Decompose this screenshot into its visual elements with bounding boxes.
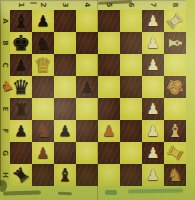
square-g8[interactable]: ♜ [164, 142, 186, 164]
square-d5[interactable] [98, 76, 120, 98]
file-labels-left: ABCDEFGH [0, 10, 10, 186]
square-b8[interactable]: ♝ [164, 32, 186, 54]
square-f1[interactable]: ♟ [10, 120, 32, 142]
square-e4[interactable] [76, 98, 98, 120]
black-pawn-d4[interactable]: ♟ [76, 76, 98, 98]
black-king-b1[interactable]: ♚ [10, 32, 32, 54]
square-e7[interactable]: ♟ [142, 98, 164, 120]
white-pawn-f5[interactable]: ♟ [98, 120, 120, 142]
white-pawn-c7[interactable]: ♟ [142, 54, 164, 76]
black-knight-f2[interactable]: ♞ [32, 120, 54, 142]
square-c7[interactable]: ♟ [142, 54, 164, 76]
board-fold-seam [97, 0, 98, 200]
square-c3[interactable] [54, 54, 76, 76]
square-g2[interactable]: ♟ [32, 142, 54, 164]
black-pawn-f1[interactable]: ♟ [10, 120, 32, 142]
square-b3[interactable] [54, 32, 76, 54]
square-d3[interactable] [54, 76, 76, 98]
square-a8[interactable]: ♜ [164, 10, 186, 32]
square-c8[interactable] [164, 54, 186, 76]
square-f6[interactable] [120, 120, 142, 142]
white-bishop-f8[interactable]: ♝ [164, 120, 186, 142]
square-g6[interactable] [120, 142, 142, 164]
square-a5[interactable] [98, 10, 120, 32]
square-d2[interactable] [32, 76, 54, 98]
black-pawn-c1[interactable]: ♟ [10, 54, 32, 76]
white-knight-h8[interactable]: ♞ [164, 164, 186, 186]
square-f8[interactable]: ♝ [164, 120, 186, 142]
white-queen-c2[interactable]: ♛ [32, 54, 54, 76]
square-h7[interactable]: ♟ [142, 164, 164, 186]
square-a1[interactable]: ♝ [10, 10, 32, 32]
chess-board[interactable]: ♝♟♟♜♚♞♟♝♟♛♟♛♟♚♜♟♟♞♟♟♟♝♟♟♜♜♝♟♞ [10, 10, 186, 186]
square-b2[interactable]: ♞ [32, 32, 54, 54]
square-h4[interactable] [76, 164, 98, 186]
black-pawn-a2[interactable]: ♟ [32, 10, 54, 32]
square-c6[interactable] [120, 54, 142, 76]
square-c2[interactable]: ♛ [32, 54, 54, 76]
white-pawn-g7[interactable]: ♟ [142, 142, 164, 164]
square-h8[interactable]: ♞ [164, 164, 186, 186]
square-a3[interactable] [54, 10, 76, 32]
black-knight-b2[interactable]: ♞ [32, 32, 54, 54]
square-f7[interactable]: ♟ [142, 120, 164, 142]
white-pawn-f7[interactable]: ♟ [142, 120, 164, 142]
square-e3[interactable] [54, 98, 76, 120]
square-h5[interactable] [98, 164, 120, 186]
square-h6[interactable] [120, 164, 142, 186]
square-c1[interactable]: ♟ [10, 54, 32, 76]
square-f5[interactable]: ♟ [98, 120, 120, 142]
square-f4[interactable] [76, 120, 98, 142]
square-c5[interactable] [98, 54, 120, 76]
square-b5[interactable] [98, 32, 120, 54]
black-bishop-h3[interactable]: ♝ [54, 164, 76, 186]
square-b4[interactable] [76, 32, 98, 54]
square-d6[interactable] [120, 76, 142, 98]
chessboard-photo: 12345678 ABCDEFGH ♝♟♟♜♚♞♟♝♟♛♟♛♟♚♜♟♟♞♟♟♟♝… [0, 0, 195, 200]
square-b7[interactable]: ♟ [142, 32, 164, 54]
square-g3[interactable] [54, 142, 76, 164]
square-a2[interactable]: ♟ [32, 10, 54, 32]
square-a4[interactable] [76, 10, 98, 32]
square-e5[interactable] [98, 98, 120, 120]
rank-labels-top: 12345678 [10, 0, 186, 10]
square-b1[interactable]: ♚ [10, 32, 32, 54]
white-pawn-e7[interactable]: ♟ [142, 98, 164, 120]
black-pawn-f3[interactable]: ♟ [54, 120, 76, 142]
square-a6[interactable] [120, 10, 142, 32]
square-h1[interactable]: ♜ [10, 164, 32, 186]
white-bishop-b8[interactable]: ♝ [164, 32, 186, 54]
square-f3[interactable]: ♟ [54, 120, 76, 142]
square-e1[interactable]: ♜ [10, 98, 32, 120]
square-d4[interactable]: ♟ [76, 76, 98, 98]
square-g4[interactable] [76, 142, 98, 164]
board-border-right [186, 0, 195, 200]
square-g5[interactable] [98, 142, 120, 164]
white-pawn-h7[interactable]: ♟ [142, 164, 164, 186]
square-c4[interactable] [76, 54, 98, 76]
square-e2[interactable] [32, 98, 54, 120]
square-h3[interactable]: ♝ [54, 164, 76, 186]
square-h2[interactable] [32, 164, 54, 186]
square-e8[interactable] [164, 98, 186, 120]
square-b6[interactable] [120, 32, 142, 54]
square-d8[interactable]: ♚ [164, 76, 186, 98]
black-rook-e1[interactable]: ♜ [10, 98, 32, 120]
square-f2[interactable]: ♞ [32, 120, 54, 142]
black-bishop-a1[interactable]: ♝ [10, 10, 32, 32]
black-pawn-g2[interactable]: ♟ [32, 142, 54, 164]
square-g7[interactable]: ♟ [142, 142, 164, 164]
white-pawn-b7[interactable]: ♟ [142, 32, 164, 54]
square-d7[interactable] [142, 76, 164, 98]
square-e6[interactable] [120, 98, 142, 120]
